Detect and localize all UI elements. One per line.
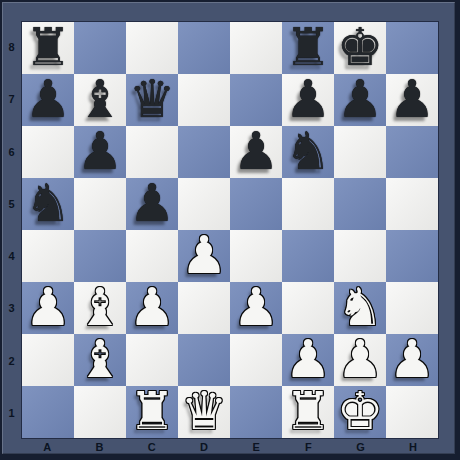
square-b2[interactable]: ♝ <box>74 334 126 386</box>
piece-white-knight[interactable]: ♞ <box>337 281 384 333</box>
square-h2[interactable]: ♟ <box>386 334 438 386</box>
piece-black-pawn[interactable]: ♟ <box>337 73 384 125</box>
square-a5[interactable]: ♞ <box>22 178 74 230</box>
square-a6[interactable] <box>22 126 74 178</box>
square-c3[interactable]: ♟ <box>126 282 178 334</box>
rank-label-7: 7 <box>2 73 21 125</box>
piece-black-king[interactable]: ♚ <box>337 21 384 73</box>
square-c6[interactable] <box>126 126 178 178</box>
rank-label-3: 3 <box>2 282 21 334</box>
square-b7[interactable]: ♝ <box>74 74 126 126</box>
square-g2[interactable]: ♟ <box>334 334 386 386</box>
square-a8[interactable]: ♜ <box>22 22 74 74</box>
file-labels: ABCDEFGH <box>21 440 439 454</box>
piece-white-pawn[interactable]: ♟ <box>129 281 176 333</box>
square-h5[interactable] <box>386 178 438 230</box>
piece-white-pawn[interactable]: ♟ <box>181 229 228 281</box>
piece-white-rook[interactable]: ♜ <box>129 385 176 437</box>
square-e2[interactable] <box>230 334 282 386</box>
file-label-d: D <box>178 440 230 454</box>
piece-black-pawn[interactable]: ♟ <box>389 73 436 125</box>
square-f2[interactable]: ♟ <box>282 334 334 386</box>
square-f8[interactable]: ♜ <box>282 22 334 74</box>
piece-black-rook[interactable]: ♜ <box>285 21 332 73</box>
file-label-g: G <box>335 440 387 454</box>
square-h3[interactable] <box>386 282 438 334</box>
square-d4[interactable]: ♟ <box>178 230 230 282</box>
square-a3[interactable]: ♟ <box>22 282 74 334</box>
piece-black-bishop[interactable]: ♝ <box>77 73 124 125</box>
piece-black-pawn[interactable]: ♟ <box>77 125 124 177</box>
square-g4[interactable] <box>334 230 386 282</box>
rank-label-1: 1 <box>2 387 21 439</box>
piece-black-queen[interactable]: ♛ <box>129 73 176 125</box>
square-d1[interactable]: ♛ <box>178 386 230 438</box>
square-d7[interactable] <box>178 74 230 126</box>
square-b5[interactable] <box>74 178 126 230</box>
square-c4[interactable] <box>126 230 178 282</box>
square-e3[interactable]: ♟ <box>230 282 282 334</box>
square-g8[interactable]: ♚ <box>334 22 386 74</box>
square-d8[interactable] <box>178 22 230 74</box>
piece-black-knight[interactable]: ♞ <box>285 125 332 177</box>
chess-board[interactable]: ♜♜♚♟♝♛♟♟♟♟♟♞♞♟♟♟♝♟♟♞♝♟♟♟♜♛♜♚ <box>21 21 439 439</box>
square-f1[interactable]: ♜ <box>282 386 334 438</box>
square-a4[interactable] <box>22 230 74 282</box>
square-b3[interactable]: ♝ <box>74 282 126 334</box>
square-h4[interactable] <box>386 230 438 282</box>
square-f3[interactable] <box>282 282 334 334</box>
square-c5[interactable]: ♟ <box>126 178 178 230</box>
square-f6[interactable]: ♞ <box>282 126 334 178</box>
square-b1[interactable] <box>74 386 126 438</box>
square-h7[interactable]: ♟ <box>386 74 438 126</box>
square-e5[interactable] <box>230 178 282 230</box>
rank-label-6: 6 <box>2 126 21 178</box>
square-d5[interactable] <box>178 178 230 230</box>
square-f4[interactable] <box>282 230 334 282</box>
file-label-e: E <box>230 440 282 454</box>
square-h8[interactable] <box>386 22 438 74</box>
square-e8[interactable] <box>230 22 282 74</box>
square-d6[interactable] <box>178 126 230 178</box>
square-g7[interactable]: ♟ <box>334 74 386 126</box>
square-d2[interactable] <box>178 334 230 386</box>
square-c1[interactable]: ♜ <box>126 386 178 438</box>
rank-label-2: 2 <box>2 335 21 387</box>
rank-label-4: 4 <box>2 230 21 282</box>
rank-label-8: 8 <box>2 21 21 73</box>
chess-board-window: 87654321 ♜♜♚♟♝♛♟♟♟♟♟♞♞♟♟♟♝♟♟♞♝♟♟♟♜♛♜♚ AB… <box>0 0 460 460</box>
square-b4[interactable] <box>74 230 126 282</box>
square-c2[interactable] <box>126 334 178 386</box>
rank-label-5: 5 <box>2 178 21 230</box>
piece-white-pawn[interactable]: ♟ <box>233 281 280 333</box>
square-g3[interactable]: ♞ <box>334 282 386 334</box>
piece-white-queen[interactable]: ♛ <box>181 385 228 437</box>
square-c8[interactable] <box>126 22 178 74</box>
piece-black-knight[interactable]: ♞ <box>25 177 72 229</box>
square-e7[interactable] <box>230 74 282 126</box>
file-label-b: B <box>73 440 125 454</box>
piece-white-pawn[interactable]: ♟ <box>389 333 436 385</box>
file-label-a: A <box>21 440 73 454</box>
file-label-f: F <box>282 440 334 454</box>
square-b8[interactable] <box>74 22 126 74</box>
square-h6[interactable] <box>386 126 438 178</box>
square-g6[interactable] <box>334 126 386 178</box>
square-e4[interactable] <box>230 230 282 282</box>
piece-white-king[interactable]: ♚ <box>337 385 384 437</box>
piece-black-rook[interactable]: ♜ <box>25 21 72 73</box>
square-a1[interactable] <box>22 386 74 438</box>
square-g1[interactable]: ♚ <box>334 386 386 438</box>
square-e1[interactable] <box>230 386 282 438</box>
piece-black-pawn[interactable]: ♟ <box>25 73 72 125</box>
square-h1[interactable] <box>386 386 438 438</box>
square-d3[interactable] <box>178 282 230 334</box>
piece-white-pawn[interactable]: ♟ <box>25 281 72 333</box>
piece-white-pawn[interactable]: ♟ <box>285 333 332 385</box>
piece-white-rook[interactable]: ♜ <box>285 385 332 437</box>
square-e6[interactable]: ♟ <box>230 126 282 178</box>
piece-black-pawn[interactable]: ♟ <box>285 73 332 125</box>
square-f5[interactable] <box>282 178 334 230</box>
square-c7[interactable]: ♛ <box>126 74 178 126</box>
piece-white-bishop[interactable]: ♝ <box>77 281 124 333</box>
piece-black-pawn[interactable]: ♟ <box>129 177 176 229</box>
square-a2[interactable] <box>22 334 74 386</box>
file-label-c: C <box>126 440 178 454</box>
square-a7[interactable]: ♟ <box>22 74 74 126</box>
square-f7[interactable]: ♟ <box>282 74 334 126</box>
square-b6[interactable]: ♟ <box>74 126 126 178</box>
piece-white-pawn[interactable]: ♟ <box>337 333 384 385</box>
piece-white-bishop[interactable]: ♝ <box>77 333 124 385</box>
rank-labels: 87654321 <box>2 21 21 439</box>
square-g5[interactable] <box>334 178 386 230</box>
piece-black-pawn[interactable]: ♟ <box>233 125 280 177</box>
file-label-h: H <box>387 440 439 454</box>
